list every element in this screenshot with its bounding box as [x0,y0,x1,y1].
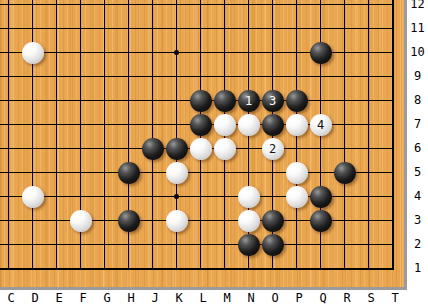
stone-white-L6[interactable] [190,138,212,160]
stone-black-R5[interactable] [334,162,356,184]
stone-white-K5[interactable] [166,162,188,184]
col-label-N: N [243,291,259,307]
grid-line [0,28,394,29]
row-label-7: 7 [407,117,428,133]
star-point-K4 [174,194,179,199]
grid-line [368,0,369,270]
stone-black-H3[interactable] [118,210,140,232]
stone-white-N4[interactable] [238,186,260,208]
stone-black-L8[interactable] [190,90,212,112]
move-number: 1 [245,95,252,107]
stone-white-P5[interactable] [286,162,308,184]
row-label-10: 10 [407,45,428,61]
go-diagram: 1342 CDEFGHJKLMNOPQRST121110987654321 [0,0,428,308]
grid-line [0,220,394,221]
col-label-G: G [99,291,115,307]
move-number: 4 [317,119,324,131]
grid-line [0,76,394,77]
stone-white-D4[interactable] [22,186,44,208]
grid-line [344,0,345,270]
col-label-C: C [3,291,19,307]
stone-white-M7[interactable] [214,114,236,136]
grid-line [392,0,394,270]
col-label-L: L [195,291,211,307]
grid-line [104,0,105,270]
row-label-8: 8 [407,93,428,109]
col-label-R: R [339,291,355,307]
row-label-9: 9 [407,69,428,85]
stone-white-Q7[interactable]: 4 [310,114,332,136]
grid-line [152,0,153,270]
col-label-T: T [387,291,403,307]
stone-black-Q4[interactable] [310,186,332,208]
grid-line [0,4,394,5]
stone-black-Q3[interactable] [310,210,332,232]
col-label-S: S [363,291,379,307]
stone-black-N8[interactable]: 1 [238,90,260,112]
move-number: 3 [269,95,276,107]
col-label-H: H [123,291,139,307]
row-label-2: 2 [407,237,428,253]
grid-line [0,244,394,245]
stone-black-K6[interactable] [166,138,188,160]
col-label-O: O [267,291,283,307]
stone-white-M6[interactable] [214,138,236,160]
row-label-11: 11 [407,21,428,37]
stone-white-P4[interactable] [286,186,308,208]
col-label-Q: Q [315,291,331,307]
grid-line [0,52,394,53]
stone-black-Q10[interactable] [310,42,332,64]
col-label-E: E [51,291,67,307]
grid-line [0,268,394,270]
go-board[interactable]: 1342 [0,0,407,290]
row-label-12: 12 [407,0,428,13]
grid-line [0,196,394,197]
grid-line [56,0,57,270]
row-label-3: 3 [407,213,428,229]
star-point-K10 [174,50,179,55]
col-label-P: P [291,291,307,307]
move-number: 2 [269,143,276,155]
stone-white-F3[interactable] [70,210,92,232]
stone-black-O7[interactable] [262,114,284,136]
stone-black-P8[interactable] [286,90,308,112]
row-label-5: 5 [407,165,428,181]
stone-white-K3[interactable] [166,210,188,232]
row-label-6: 6 [407,141,428,157]
grid-line [32,0,33,270]
col-label-J: J [147,291,163,307]
row-label-1: 1 [407,261,428,277]
stone-black-O8[interactable]: 3 [262,90,284,112]
stone-white-N3[interactable] [238,210,260,232]
stone-white-P7[interactable] [286,114,308,136]
col-label-M: M [219,291,235,307]
stone-black-O2[interactable] [262,234,284,256]
col-label-K: K [171,291,187,307]
stone-white-O6[interactable]: 2 [262,138,284,160]
stone-black-O3[interactable] [262,210,284,232]
stone-black-H5[interactable] [118,162,140,184]
stone-black-L7[interactable] [190,114,212,136]
col-label-F: F [75,291,91,307]
stone-black-N2[interactable] [238,234,260,256]
stone-white-N7[interactable] [238,114,260,136]
stone-black-M8[interactable] [214,90,236,112]
col-label-D: D [27,291,43,307]
row-label-4: 4 [407,189,428,205]
grid-line [8,0,9,270]
stone-black-J6[interactable] [142,138,164,160]
stone-white-D10[interactable] [22,42,44,64]
